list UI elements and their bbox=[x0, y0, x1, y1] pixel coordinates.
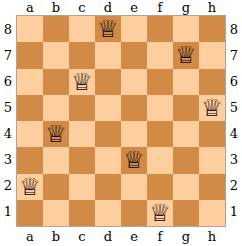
square-c3[interactable] bbox=[69, 147, 95, 173]
file-labels-bottom: abcdefgh bbox=[17, 227, 225, 246]
square-b7[interactable] bbox=[43, 42, 69, 68]
square-b8[interactable] bbox=[43, 16, 69, 42]
file-label-f: f bbox=[147, 0, 173, 15]
square-g8[interactable] bbox=[173, 16, 199, 42]
square-e1[interactable] bbox=[121, 200, 147, 226]
rank-label-7: 7 bbox=[0, 42, 16, 68]
file-label-c: c bbox=[69, 0, 95, 15]
square-f8[interactable] bbox=[147, 16, 173, 42]
square-d7[interactable] bbox=[95, 42, 121, 68]
file-label-e: e bbox=[121, 227, 147, 246]
chess-board: ♕♕♕♕♕♕♕♕ bbox=[16, 15, 226, 227]
square-d6[interactable] bbox=[95, 69, 121, 95]
square-a3[interactable] bbox=[17, 147, 43, 173]
square-a7[interactable] bbox=[17, 42, 43, 68]
square-f4[interactable] bbox=[147, 121, 173, 147]
square-a5[interactable] bbox=[17, 95, 43, 121]
rank-label-1: 1 bbox=[226, 198, 242, 224]
file-label-b: b bbox=[43, 0, 69, 15]
rank-label-2: 2 bbox=[226, 172, 242, 198]
square-c4[interactable] bbox=[69, 121, 95, 147]
file-label-a: a bbox=[17, 227, 43, 246]
square-e6[interactable] bbox=[121, 69, 147, 95]
square-a6[interactable] bbox=[17, 69, 43, 95]
square-g1[interactable] bbox=[173, 200, 199, 226]
white-queen-piece[interactable]: ♕ bbox=[97, 16, 119, 42]
file-label-g: g bbox=[173, 227, 199, 246]
square-h8[interactable] bbox=[199, 16, 225, 42]
square-a1[interactable] bbox=[17, 200, 43, 226]
rank-label-4: 4 bbox=[226, 120, 242, 146]
file-label-h: h bbox=[199, 227, 225, 246]
square-g4[interactable] bbox=[173, 121, 199, 147]
rank-label-3: 3 bbox=[226, 146, 242, 172]
square-e3[interactable]: ♕ bbox=[121, 147, 147, 173]
square-c5[interactable] bbox=[69, 95, 95, 121]
file-label-d: d bbox=[95, 227, 121, 246]
square-f2[interactable] bbox=[147, 174, 173, 200]
square-g5[interactable] bbox=[173, 95, 199, 121]
file-label-d: d bbox=[95, 0, 121, 15]
white-queen-piece[interactable]: ♕ bbox=[201, 95, 223, 121]
square-b3[interactable] bbox=[43, 147, 69, 173]
rank-label-5: 5 bbox=[226, 94, 242, 120]
white-queen-piece[interactable]: ♕ bbox=[175, 42, 197, 68]
rank-label-3: 3 bbox=[0, 146, 16, 172]
rank-label-2: 2 bbox=[0, 172, 16, 198]
square-g3[interactable] bbox=[173, 147, 199, 173]
square-d3[interactable] bbox=[95, 147, 121, 173]
square-b1[interactable] bbox=[43, 200, 69, 226]
square-c8[interactable] bbox=[69, 16, 95, 42]
white-queen-piece[interactable]: ♕ bbox=[71, 69, 93, 95]
rank-label-5: 5 bbox=[0, 94, 16, 120]
rank-label-7: 7 bbox=[226, 42, 242, 68]
square-c6[interactable]: ♕ bbox=[69, 69, 95, 95]
rank-labels-left: 87654321 bbox=[0, 16, 16, 224]
file-labels-top: abcdefgh bbox=[17, 0, 225, 15]
square-h7[interactable] bbox=[199, 42, 225, 68]
rank-label-8: 8 bbox=[226, 16, 242, 42]
white-queen-piece[interactable]: ♕ bbox=[123, 147, 145, 173]
file-label-c: c bbox=[69, 227, 95, 246]
square-f6[interactable] bbox=[147, 69, 173, 95]
square-d4[interactable] bbox=[95, 121, 121, 147]
rank-label-1: 1 bbox=[0, 198, 16, 224]
square-g6[interactable] bbox=[173, 69, 199, 95]
chess-diagram: abcdefgh 87654321 87654321 abcdefgh ♕♕♕♕… bbox=[0, 0, 242, 246]
square-h1[interactable] bbox=[199, 200, 225, 226]
square-a4[interactable] bbox=[17, 121, 43, 147]
square-c7[interactable] bbox=[69, 42, 95, 68]
square-f5[interactable] bbox=[147, 95, 173, 121]
square-a8[interactable] bbox=[17, 16, 43, 42]
square-e4[interactable] bbox=[121, 121, 147, 147]
rank-label-8: 8 bbox=[0, 16, 16, 42]
rank-labels-right: 87654321 bbox=[226, 16, 242, 224]
square-b4[interactable]: ♕ bbox=[43, 121, 69, 147]
square-f1[interactable]: ♕ bbox=[147, 200, 173, 226]
square-h6[interactable] bbox=[199, 69, 225, 95]
rank-label-6: 6 bbox=[226, 68, 242, 94]
square-e8[interactable] bbox=[121, 16, 147, 42]
square-h5[interactable]: ♕ bbox=[199, 95, 225, 121]
square-f3[interactable] bbox=[147, 147, 173, 173]
square-e2[interactable] bbox=[121, 174, 147, 200]
white-queen-piece[interactable]: ♕ bbox=[149, 200, 171, 226]
square-b2[interactable] bbox=[43, 174, 69, 200]
file-label-g: g bbox=[173, 0, 199, 15]
square-e7[interactable] bbox=[121, 42, 147, 68]
square-h3[interactable] bbox=[199, 147, 225, 173]
square-d5[interactable] bbox=[95, 95, 121, 121]
file-label-e: e bbox=[121, 0, 147, 15]
file-label-f: f bbox=[147, 227, 173, 246]
square-f7[interactable] bbox=[147, 42, 173, 68]
file-label-b: b bbox=[43, 227, 69, 246]
square-c2[interactable] bbox=[69, 174, 95, 200]
rank-label-4: 4 bbox=[0, 120, 16, 146]
square-e5[interactable] bbox=[121, 95, 147, 121]
white-queen-piece[interactable]: ♕ bbox=[45, 121, 67, 147]
rank-label-6: 6 bbox=[0, 68, 16, 94]
square-h2[interactable] bbox=[199, 174, 225, 200]
square-h4[interactable] bbox=[199, 121, 225, 147]
square-c1[interactable] bbox=[69, 200, 95, 226]
file-label-h: h bbox=[199, 0, 225, 15]
square-b5[interactable] bbox=[43, 95, 69, 121]
square-b6[interactable] bbox=[43, 69, 69, 95]
file-label-a: a bbox=[17, 0, 43, 15]
square-g7[interactable]: ♕ bbox=[173, 42, 199, 68]
square-a2[interactable]: ♕ bbox=[17, 174, 43, 200]
square-d8[interactable]: ♕ bbox=[95, 16, 121, 42]
square-d2[interactable] bbox=[95, 174, 121, 200]
square-g2[interactable] bbox=[173, 174, 199, 200]
square-d1[interactable] bbox=[95, 200, 121, 226]
white-queen-piece[interactable]: ♕ bbox=[19, 174, 41, 200]
